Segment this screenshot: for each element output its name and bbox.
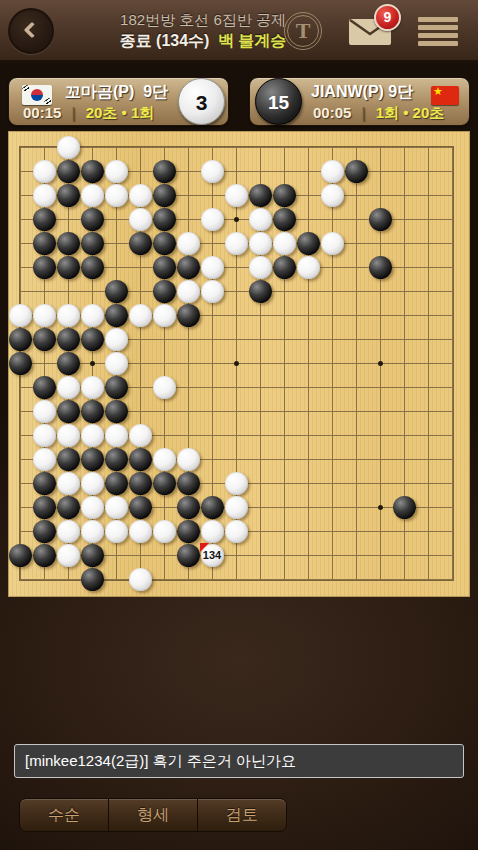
black-stone <box>177 544 200 567</box>
star-point <box>234 217 239 222</box>
tygem-logo-icon[interactable]: T <box>284 12 322 50</box>
white-stone <box>33 160 56 183</box>
white-stone <box>81 304 104 327</box>
black-stone <box>9 352 32 375</box>
player-panel-white: 꼬마곰(P) 9단 00:15 | 20초 • 1회 3 <box>8 77 229 126</box>
black-stone <box>153 256 176 279</box>
white-stone <box>249 256 272 279</box>
white-stone <box>153 520 176 543</box>
black-stone <box>129 472 152 495</box>
black-stone <box>129 496 152 519</box>
divider: | <box>362 104 366 121</box>
trigram-icon <box>22 85 30 93</box>
white-stone <box>57 304 80 327</box>
white-stone <box>321 232 344 255</box>
menu-bar-icon <box>418 41 458 46</box>
black-stone <box>33 544 56 567</box>
black-stone <box>81 568 104 591</box>
black-stone <box>81 256 104 279</box>
black-stone <box>81 160 104 183</box>
review-button[interactable]: 검토 <box>197 798 287 832</box>
white-stone <box>225 520 248 543</box>
black-stone <box>57 184 80 207</box>
black-stone <box>201 496 224 519</box>
black-stone <box>81 544 104 567</box>
header-bar: 182번방 호선 6집반 공제 종료 (134수) 백 불계승 T 9 <box>0 0 478 63</box>
korea-flag-icon <box>22 85 52 105</box>
white-time-row: 00:15 | 20초 • 1회 <box>23 104 154 123</box>
white-stone <box>105 424 128 447</box>
white-stone <box>81 376 104 399</box>
player-panel-black: 15 JIANW(P) 9단 ★ 00:05 | 1회 • 20초 <box>249 77 470 126</box>
black-stone <box>105 448 128 471</box>
black-stone <box>105 472 128 495</box>
white-stone <box>105 160 128 183</box>
white-stone <box>33 424 56 447</box>
back-chevron-icon <box>24 22 41 39</box>
black-stone <box>249 280 272 303</box>
black-stone <box>177 304 200 327</box>
white-stone <box>321 184 344 207</box>
white-stone <box>105 496 128 519</box>
black-stone <box>81 232 104 255</box>
black-stone <box>33 256 56 279</box>
white-stone <box>129 424 152 447</box>
black-stone <box>177 472 200 495</box>
menu-button[interactable] <box>418 17 458 47</box>
white-stone <box>225 472 248 495</box>
white-stone <box>81 496 104 519</box>
white-stone <box>177 280 200 303</box>
white-stone <box>201 208 224 231</box>
white-stone <box>153 304 176 327</box>
black-stone <box>153 472 176 495</box>
black-stone <box>57 400 80 423</box>
black-captures-badge: 15 <box>255 78 302 125</box>
black-stone <box>57 352 80 375</box>
white-stone <box>177 448 200 471</box>
black-stone <box>57 328 80 351</box>
white-stone <box>81 184 104 207</box>
white-stone <box>81 424 104 447</box>
black-stone <box>57 448 80 471</box>
black-stone <box>177 520 200 543</box>
black-stone <box>153 232 176 255</box>
black-stone <box>105 400 128 423</box>
black-stone <box>33 328 56 351</box>
white-stone <box>153 376 176 399</box>
back-button[interactable] <box>8 8 54 54</box>
black-stone <box>369 208 392 231</box>
black-stone <box>369 256 392 279</box>
white-stone <box>9 304 32 327</box>
black-stone <box>105 376 128 399</box>
black-main-time: 00:05 <box>313 104 351 121</box>
star-point <box>378 505 383 510</box>
move-number-label: 134 <box>201 544 224 567</box>
black-byoyomi: 1회 • 20초 <box>376 104 445 121</box>
china-flag-icon: ★ <box>431 86 459 105</box>
black-stone <box>345 160 368 183</box>
black-stone <box>177 256 200 279</box>
taeguk-icon <box>31 89 43 101</box>
white-stone <box>129 520 152 543</box>
white-stone <box>273 232 296 255</box>
go-board[interactable]: 134 <box>8 131 470 597</box>
white-stone <box>57 376 80 399</box>
black-stone <box>81 208 104 231</box>
white-stone <box>33 400 56 423</box>
white-stone <box>225 184 248 207</box>
black-stone <box>33 232 56 255</box>
white-stone <box>81 520 104 543</box>
black-stone <box>81 448 104 471</box>
black-stone <box>33 376 56 399</box>
white-stone <box>201 520 224 543</box>
black-stone <box>177 496 200 519</box>
white-stone <box>225 232 248 255</box>
black-stone <box>33 520 56 543</box>
black-stone <box>33 208 56 231</box>
white-stone <box>57 544 80 567</box>
black-player-name: JIANW(P) 9단 <box>311 82 413 103</box>
black-stone <box>153 160 176 183</box>
white-stone <box>297 256 320 279</box>
star-point <box>378 361 383 366</box>
black-stone <box>105 304 128 327</box>
territory-button[interactable]: 형세 <box>108 798 198 832</box>
black-stone <box>81 400 104 423</box>
black-stone <box>273 184 296 207</box>
black-stone <box>33 496 56 519</box>
white-stone <box>105 328 128 351</box>
divider: | <box>72 104 76 121</box>
black-stone <box>153 208 176 231</box>
white-stone <box>57 472 80 495</box>
white-stone <box>249 208 272 231</box>
black-stone <box>153 184 176 207</box>
black-stone <box>129 232 152 255</box>
black-time-row: 00:05 | 1회 • 20초 <box>313 104 444 123</box>
black-stone <box>9 544 32 567</box>
black-stone <box>81 328 104 351</box>
black-stone <box>153 280 176 303</box>
white-stone <box>33 184 56 207</box>
black-stone <box>57 232 80 255</box>
white-stone <box>129 208 152 231</box>
black-stone <box>105 280 128 303</box>
black-stone <box>57 496 80 519</box>
white-stone <box>81 472 104 495</box>
white-byoyomi: 20초 • 1회 <box>86 104 155 121</box>
black-stone <box>9 328 32 351</box>
black-stone <box>57 160 80 183</box>
white-stone <box>105 352 128 375</box>
board-grid: 134 <box>20 147 453 580</box>
white-stone <box>153 448 176 471</box>
white-stone <box>321 160 344 183</box>
white-stone <box>57 136 80 159</box>
go-app: 182번방 호선 6집반 공제 종료 (134수) 백 불계승 T 9 꼬마곰(… <box>0 0 478 850</box>
white-stone <box>105 520 128 543</box>
black-stone <box>393 496 416 519</box>
menu-bar-icon <box>418 25 458 30</box>
white-main-time: 00:15 <box>23 104 61 121</box>
white-stone <box>57 424 80 447</box>
white-stone <box>201 160 224 183</box>
chat-message-bar[interactable]: [minkee1234(2급)] 흑기 주은거 아닌가요 <box>14 744 464 778</box>
white-stone <box>129 568 152 591</box>
white-stone <box>201 280 224 303</box>
white-stone <box>129 304 152 327</box>
black-stone <box>273 256 296 279</box>
black-stone <box>57 256 80 279</box>
mail-badge: 9 <box>374 4 401 31</box>
black-stone <box>273 208 296 231</box>
status-move-count: 종료 (134수) <box>120 32 210 49</box>
white-stone <box>57 520 80 543</box>
white-stone <box>105 184 128 207</box>
white-stone <box>249 232 272 255</box>
star-point <box>234 361 239 366</box>
last-move-stone: 134 <box>201 544 224 567</box>
black-stone <box>129 448 152 471</box>
black-stone <box>33 472 56 495</box>
status-result: 백 불계승 <box>218 32 286 49</box>
white-stone <box>177 232 200 255</box>
white-stone <box>33 448 56 471</box>
white-stone <box>33 304 56 327</box>
star-point <box>90 361 95 366</box>
bottom-toolbar: 수순 형세 검토 <box>19 798 287 832</box>
moves-button[interactable]: 수순 <box>19 798 109 832</box>
white-stone <box>225 496 248 519</box>
white-stone <box>129 184 152 207</box>
white-player-name: 꼬마곰(P) 9단 <box>65 82 168 103</box>
black-stone <box>249 184 272 207</box>
menu-bar-icon <box>418 17 458 22</box>
menu-bar-icon <box>418 33 458 38</box>
white-captures-badge: 3 <box>178 78 225 125</box>
black-stone <box>297 232 320 255</box>
white-stone <box>201 256 224 279</box>
